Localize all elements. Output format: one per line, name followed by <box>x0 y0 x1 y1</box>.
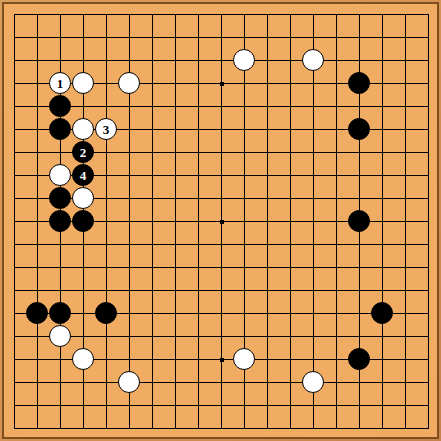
stone-black <box>95 302 117 324</box>
stone-black <box>49 210 71 232</box>
stone-white <box>72 348 94 370</box>
stone-black <box>49 187 71 209</box>
stone-black <box>371 302 393 324</box>
move-number-label: 1 <box>57 77 64 90</box>
stone-black <box>348 210 370 232</box>
stone-black <box>348 348 370 370</box>
move-number-label: 4 <box>80 169 87 182</box>
move-number-label: 2 <box>80 146 87 159</box>
stone-white <box>118 72 140 94</box>
stone-black <box>49 118 71 140</box>
stone-white <box>233 348 255 370</box>
go-board-diagram: 1324 <box>0 0 441 441</box>
stone-black <box>49 302 71 324</box>
stone-white <box>302 49 324 71</box>
stone-black <box>348 72 370 94</box>
stone-black-move-2: 2 <box>72 141 94 163</box>
stone-black <box>26 302 48 324</box>
move-number-label: 3 <box>103 123 110 136</box>
stone-white <box>72 187 94 209</box>
stone-white <box>302 371 324 393</box>
stone-black-move-4: 4 <box>72 164 94 186</box>
stone-white <box>49 325 71 347</box>
stone-black <box>348 118 370 140</box>
stone-black <box>49 95 71 117</box>
stone-white <box>118 371 140 393</box>
goban: 1324 <box>2 2 439 439</box>
stones-layer: 1324 <box>3 3 440 440</box>
stone-white <box>49 164 71 186</box>
stone-white <box>233 49 255 71</box>
stone-black <box>72 210 94 232</box>
stone-white <box>72 72 94 94</box>
stone-white-move-1: 1 <box>49 72 71 94</box>
stone-white <box>72 118 94 140</box>
stone-white-move-3: 3 <box>95 118 117 140</box>
